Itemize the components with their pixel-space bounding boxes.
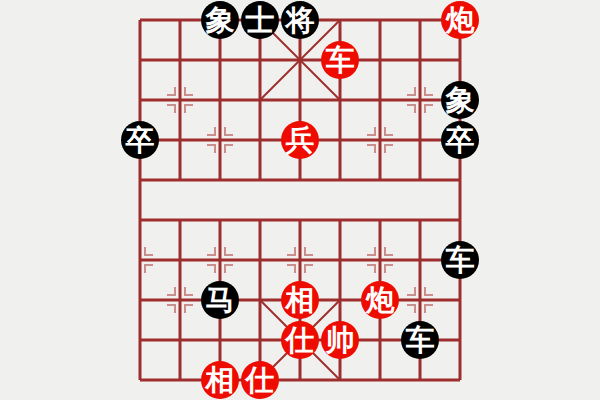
piece-black-elephant[interactable]: 象: [201, 1, 239, 39]
piece-black-horse[interactable]: 马: [201, 281, 239, 319]
piece-red-advisor[interactable]: 仕: [281, 321, 319, 359]
piece-red-cannon[interactable]: 炮: [441, 1, 479, 39]
pieces-layer: 象士将炮车象卒兵卒车马相炮仕帅车相仕: [120, 0, 480, 400]
piece-red-chariot[interactable]: 车: [321, 41, 359, 79]
xiangqi-board: 象士将炮车象卒兵卒车马相炮仕帅车相仕: [0, 0, 600, 400]
piece-red-cannon[interactable]: 炮: [361, 281, 399, 319]
piece-red-advisor[interactable]: 仕: [241, 361, 279, 399]
piece-red-elephant[interactable]: 相: [201, 361, 239, 399]
piece-black-chariot[interactable]: 车: [441, 241, 479, 279]
piece-black-advisor[interactable]: 士: [241, 1, 279, 39]
piece-red-king[interactable]: 帅: [321, 321, 359, 359]
piece-black-king[interactable]: 将: [281, 1, 319, 39]
piece-black-elephant[interactable]: 象: [441, 81, 479, 119]
piece-black-chariot[interactable]: 车: [401, 321, 439, 359]
piece-red-pawn[interactable]: 兵: [281, 121, 319, 159]
piece-black-pawn[interactable]: 卒: [441, 121, 479, 159]
piece-red-elephant[interactable]: 相: [281, 281, 319, 319]
piece-black-pawn[interactable]: 卒: [121, 121, 159, 159]
